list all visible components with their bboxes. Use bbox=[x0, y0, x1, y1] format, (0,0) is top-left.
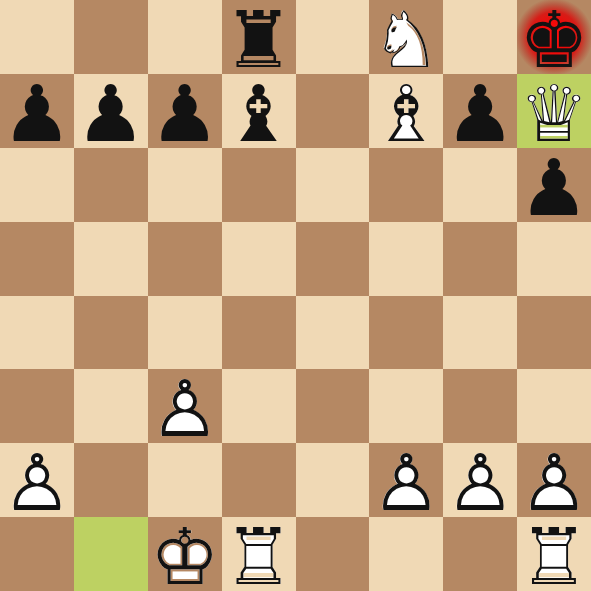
white-knight-outline-icon: ♘ bbox=[369, 3, 443, 74]
square-e3[interactable] bbox=[296, 369, 370, 443]
square-a5[interactable] bbox=[0, 222, 74, 296]
square-d2[interactable] bbox=[222, 443, 296, 517]
black-pawn-piece[interactable]: ♟ bbox=[148, 77, 222, 148]
square-a1[interactable] bbox=[0, 517, 74, 591]
square-b3[interactable] bbox=[74, 369, 148, 443]
square-c7[interactable]: ♟ bbox=[148, 74, 222, 148]
white-king-outline-icon: ♔ bbox=[148, 520, 222, 591]
square-h1[interactable]: ♜♖ bbox=[517, 517, 591, 591]
square-b5[interactable] bbox=[74, 222, 148, 296]
square-d4[interactable] bbox=[222, 296, 296, 370]
square-h4[interactable] bbox=[517, 296, 591, 370]
white-queen-outline-icon: ♕ bbox=[517, 77, 591, 148]
square-c4[interactable] bbox=[148, 296, 222, 370]
square-g2[interactable]: ♟♙ bbox=[443, 443, 517, 517]
white-pawn-piece[interactable]: ♟♙ bbox=[443, 446, 517, 517]
square-g6[interactable] bbox=[443, 148, 517, 222]
square-a8[interactable] bbox=[0, 0, 74, 74]
square-g7[interactable]: ♟ bbox=[443, 74, 517, 148]
white-knight-piece[interactable]: ♞♘ bbox=[369, 3, 443, 74]
square-g8[interactable] bbox=[443, 0, 517, 74]
square-f6[interactable] bbox=[369, 148, 443, 222]
square-e2[interactable] bbox=[296, 443, 370, 517]
square-f3[interactable] bbox=[369, 369, 443, 443]
square-f8[interactable]: ♞♘ bbox=[369, 0, 443, 74]
square-f5[interactable] bbox=[369, 222, 443, 296]
square-b2[interactable] bbox=[74, 443, 148, 517]
square-a2[interactable]: ♟♙ bbox=[0, 443, 74, 517]
square-d8[interactable]: ♜ bbox=[222, 0, 296, 74]
black-bishop-piece[interactable]: ♝ bbox=[222, 77, 296, 148]
white-pawn-piece[interactable]: ♟♙ bbox=[517, 446, 591, 517]
black-rook-piece[interactable]: ♜ bbox=[222, 3, 296, 74]
square-g1[interactable] bbox=[443, 517, 517, 591]
square-f1[interactable] bbox=[369, 517, 443, 591]
square-h2[interactable]: ♟♙ bbox=[517, 443, 591, 517]
square-c6[interactable] bbox=[148, 148, 222, 222]
square-b8[interactable] bbox=[74, 0, 148, 74]
white-pawn-piece[interactable]: ♟♙ bbox=[148, 372, 222, 443]
black-pawn-piece[interactable]: ♟ bbox=[74, 77, 148, 148]
white-pawn-piece[interactable]: ♟♙ bbox=[0, 446, 74, 517]
square-a6[interactable] bbox=[0, 148, 74, 222]
white-rook-piece[interactable]: ♜♖ bbox=[517, 520, 591, 591]
square-e1[interactable] bbox=[296, 517, 370, 591]
square-c1[interactable]: ♚♔ bbox=[148, 517, 222, 591]
white-bishop-piece[interactable]: ♝♗ bbox=[369, 77, 443, 148]
square-b4[interactable] bbox=[74, 296, 148, 370]
square-c5[interactable] bbox=[148, 222, 222, 296]
white-bishop-outline-icon: ♗ bbox=[369, 77, 443, 148]
black-pawn-piece[interactable]: ♟ bbox=[517, 151, 591, 222]
square-f4[interactable] bbox=[369, 296, 443, 370]
square-b1[interactable] bbox=[74, 517, 148, 591]
square-h8[interactable]: ♚ bbox=[517, 0, 591, 74]
square-a7[interactable]: ♟ bbox=[0, 74, 74, 148]
square-f7[interactable]: ♝♗ bbox=[369, 74, 443, 148]
square-b6[interactable] bbox=[74, 148, 148, 222]
white-rook-outline-icon: ♖ bbox=[222, 520, 296, 591]
white-pawn-outline-icon: ♙ bbox=[517, 446, 591, 517]
square-g3[interactable] bbox=[443, 369, 517, 443]
square-e5[interactable] bbox=[296, 222, 370, 296]
square-c8[interactable] bbox=[148, 0, 222, 74]
square-d6[interactable] bbox=[222, 148, 296, 222]
square-b7[interactable]: ♟ bbox=[74, 74, 148, 148]
square-h7[interactable]: ♛♕ bbox=[517, 74, 591, 148]
square-e8[interactable] bbox=[296, 0, 370, 74]
white-rook-piece[interactable]: ♜♖ bbox=[222, 520, 296, 591]
black-pawn-piece[interactable]: ♟ bbox=[0, 77, 74, 148]
square-e6[interactable] bbox=[296, 148, 370, 222]
square-d1[interactable]: ♜♖ bbox=[222, 517, 296, 591]
square-a3[interactable] bbox=[0, 369, 74, 443]
square-h6[interactable]: ♟ bbox=[517, 148, 591, 222]
square-a4[interactable] bbox=[0, 296, 74, 370]
square-h5[interactable] bbox=[517, 222, 591, 296]
white-rook-outline-icon: ♖ bbox=[517, 520, 591, 591]
black-king-piece[interactable]: ♚ bbox=[517, 3, 591, 74]
white-queen-piece[interactable]: ♛♕ bbox=[517, 77, 591, 148]
white-pawn-outline-icon: ♙ bbox=[443, 446, 517, 517]
black-pawn-piece[interactable]: ♟ bbox=[443, 77, 517, 148]
white-pawn-outline-icon: ♙ bbox=[0, 446, 74, 517]
white-pawn-outline-icon: ♙ bbox=[148, 372, 222, 443]
square-d5[interactable] bbox=[222, 222, 296, 296]
square-f2[interactable]: ♟♙ bbox=[369, 443, 443, 517]
square-d7[interactable]: ♝ bbox=[222, 74, 296, 148]
white-king-piece[interactable]: ♚♔ bbox=[148, 520, 222, 591]
square-d3[interactable] bbox=[222, 369, 296, 443]
square-g4[interactable] bbox=[443, 296, 517, 370]
square-c3[interactable]: ♟♙ bbox=[148, 369, 222, 443]
square-g5[interactable] bbox=[443, 222, 517, 296]
square-e4[interactable] bbox=[296, 296, 370, 370]
square-c2[interactable] bbox=[148, 443, 222, 517]
white-pawn-outline-icon: ♙ bbox=[369, 446, 443, 517]
square-e7[interactable] bbox=[296, 74, 370, 148]
square-h3[interactable] bbox=[517, 369, 591, 443]
white-pawn-piece[interactable]: ♟♙ bbox=[369, 446, 443, 517]
chess-board: ♜♞♘♚♟♟♟♝♝♗♟♛♕♟♟♙♟♙♟♙♟♙♟♙♚♔♜♖♜♖ bbox=[0, 0, 591, 591]
